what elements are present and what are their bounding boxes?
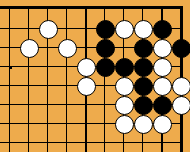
white-stone[interactable] xyxy=(153,77,172,96)
star-point xyxy=(9,66,12,69)
board-cell[interactable] xyxy=(77,20,96,39)
black-stone[interactable] xyxy=(96,58,115,77)
board-cell[interactable] xyxy=(153,96,172,115)
board-cell[interactable] xyxy=(58,39,77,58)
board-cell[interactable] xyxy=(96,20,115,39)
board-cell[interactable] xyxy=(39,39,58,58)
board-cell[interactable] xyxy=(172,77,191,96)
board-cell[interactable] xyxy=(96,134,115,153)
black-stone[interactable] xyxy=(115,58,134,77)
board-cell[interactable] xyxy=(1,20,20,39)
go-board-diagram xyxy=(0,0,190,152)
black-stone[interactable] xyxy=(134,96,153,115)
black-stone[interactable] xyxy=(96,20,115,39)
board-cell[interactable] xyxy=(1,39,20,58)
board-cell[interactable] xyxy=(172,134,191,153)
board-cell[interactable] xyxy=(134,58,153,77)
white-stone[interactable] xyxy=(172,96,191,115)
board-cell[interactable] xyxy=(115,1,134,20)
board-cell[interactable] xyxy=(77,58,96,77)
board-cell[interactable] xyxy=(1,77,20,96)
board-cell[interactable] xyxy=(77,134,96,153)
board-cell[interactable] xyxy=(134,20,153,39)
board-cell[interactable] xyxy=(115,96,134,115)
board-cell[interactable] xyxy=(153,58,172,77)
board-cell[interactable] xyxy=(96,77,115,96)
board-cell[interactable] xyxy=(172,58,191,77)
board-cell[interactable] xyxy=(39,1,58,20)
black-stone[interactable] xyxy=(134,39,153,58)
board-cell[interactable] xyxy=(58,77,77,96)
board-cell[interactable] xyxy=(20,115,39,134)
board-cell[interactable] xyxy=(96,115,115,134)
white-stone[interactable] xyxy=(153,115,172,134)
board-cell[interactable] xyxy=(1,115,20,134)
white-stone[interactable] xyxy=(115,77,134,96)
black-stone[interactable] xyxy=(96,39,115,58)
board-cell[interactable] xyxy=(115,134,134,153)
black-stone[interactable] xyxy=(134,58,153,77)
board-cell[interactable] xyxy=(153,39,172,58)
white-stone[interactable] xyxy=(153,39,172,58)
board-cell[interactable] xyxy=(153,20,172,39)
board-cell[interactable] xyxy=(153,134,172,153)
board-cell[interactable] xyxy=(39,20,58,39)
board-cell[interactable] xyxy=(134,39,153,58)
black-stone[interactable] xyxy=(134,77,153,96)
board-cell[interactable] xyxy=(77,39,96,58)
board-cell[interactable] xyxy=(172,39,191,58)
white-stone[interactable] xyxy=(20,39,39,58)
white-stone[interactable] xyxy=(115,96,134,115)
board-cell[interactable] xyxy=(1,1,20,20)
board-cell[interactable] xyxy=(20,96,39,115)
board-cell[interactable] xyxy=(1,96,20,115)
black-stone[interactable] xyxy=(153,96,172,115)
board-cell[interactable] xyxy=(58,1,77,20)
board-cell[interactable] xyxy=(58,20,77,39)
board-cell[interactable] xyxy=(1,134,20,153)
board-cell[interactable] xyxy=(20,134,39,153)
board-cell[interactable] xyxy=(58,134,77,153)
white-stone[interactable] xyxy=(77,77,96,96)
board-cell[interactable] xyxy=(39,77,58,96)
board-cell[interactable] xyxy=(153,115,172,134)
board-cell[interactable] xyxy=(20,77,39,96)
white-stone[interactable] xyxy=(77,58,96,77)
black-stone[interactable] xyxy=(153,20,172,39)
board-cell[interactable] xyxy=(39,58,58,77)
board-cell[interactable] xyxy=(58,58,77,77)
board-cell[interactable] xyxy=(172,96,191,115)
board-cell[interactable] xyxy=(77,96,96,115)
board-cell[interactable] xyxy=(134,115,153,134)
board-grid xyxy=(1,1,191,153)
board-cell[interactable] xyxy=(39,96,58,115)
white-stone[interactable] xyxy=(115,115,134,134)
white-stone[interactable] xyxy=(153,58,172,77)
board-cell[interactable] xyxy=(39,115,58,134)
board-cell[interactable] xyxy=(20,58,39,77)
board-cell[interactable] xyxy=(134,96,153,115)
board-cell[interactable] xyxy=(134,134,153,153)
board-cell[interactable] xyxy=(77,1,96,20)
white-stone[interactable] xyxy=(39,20,58,39)
board-cell[interactable] xyxy=(115,39,134,58)
board-cell[interactable] xyxy=(96,1,115,20)
board-cell[interactable] xyxy=(58,115,77,134)
board-cell[interactable] xyxy=(115,77,134,96)
black-stone[interactable] xyxy=(172,39,191,58)
board-cell[interactable] xyxy=(96,58,115,77)
board-cell[interactable] xyxy=(172,20,191,39)
board-cell[interactable] xyxy=(20,1,39,20)
board-cell[interactable] xyxy=(115,20,134,39)
board-cell[interactable] xyxy=(153,1,172,20)
board-cell[interactable] xyxy=(96,96,115,115)
board-cell[interactable] xyxy=(39,134,58,153)
board-cell[interactable] xyxy=(96,39,115,58)
board-cell[interactable] xyxy=(172,1,191,20)
board-cell[interactable] xyxy=(115,115,134,134)
board-cell[interactable] xyxy=(134,77,153,96)
board-cell[interactable] xyxy=(134,1,153,20)
board-cell[interactable] xyxy=(20,20,39,39)
board-cell[interactable] xyxy=(77,77,96,96)
board-cell[interactable] xyxy=(115,58,134,77)
white-stone[interactable] xyxy=(58,39,77,58)
board-cell[interactable] xyxy=(153,77,172,96)
white-stone[interactable] xyxy=(172,77,191,96)
board-cell[interactable] xyxy=(20,39,39,58)
white-stone[interactable] xyxy=(115,20,134,39)
white-stone[interactable] xyxy=(134,20,153,39)
board-cell[interactable] xyxy=(58,96,77,115)
board-cell[interactable] xyxy=(172,115,191,134)
white-stone[interactable] xyxy=(134,115,153,134)
board-cell[interactable] xyxy=(77,115,96,134)
